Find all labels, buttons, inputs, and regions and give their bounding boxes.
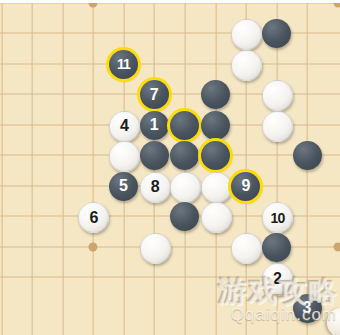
stone-number: 3 (303, 300, 312, 316)
stone-white (201, 172, 232, 203)
stone-black (262, 233, 291, 262)
stone-number: 5 (119, 178, 128, 194)
stone-white (262, 80, 293, 111)
stone-black (201, 141, 230, 170)
board[interactable]: 1174158961023 (0, 0, 340, 335)
stone-number: 9 (241, 178, 250, 194)
stone-white (231, 19, 262, 50)
stone-number: 1 (150, 117, 159, 133)
stone-black-move-1: 1 (140, 111, 169, 140)
stone-number: 7 (150, 87, 159, 103)
stone-number: 6 (89, 210, 98, 226)
stone-white-move-2: 2 (262, 263, 293, 294)
stone-black (293, 141, 322, 170)
stone-white (231, 233, 262, 264)
stone-black-move-3: 3 (293, 294, 322, 323)
stone-white (201, 202, 232, 233)
stone-number: 10 (271, 211, 285, 225)
stone-black (201, 80, 230, 109)
stone-number: 2 (273, 271, 282, 287)
stone-black (170, 141, 199, 170)
star-point (88, 243, 97, 252)
gomoku-screenshot: 1174158961023 游戏攻略 Qqaiqin.com (0, 0, 340, 335)
stone-white-move-8: 8 (140, 172, 171, 203)
stone-white (231, 50, 262, 81)
stone-black (140, 141, 169, 170)
star-point (333, 243, 340, 252)
stone-white-move-6: 6 (78, 202, 109, 233)
stone-black (201, 111, 230, 140)
stone-white (109, 141, 140, 172)
stone-white (170, 172, 201, 203)
stone-number: 4 (120, 118, 129, 134)
stone-black (262, 19, 291, 48)
stone-number: 11 (117, 57, 130, 71)
stone-white (262, 111, 293, 142)
stone-white (140, 233, 171, 264)
stone-white-move-10: 10 (262, 202, 293, 233)
stone-black-move-5: 5 (109, 172, 138, 201)
stone-black (170, 202, 199, 231)
stone-white-move-4: 4 (109, 111, 140, 142)
stone-number: 8 (151, 179, 160, 195)
stone-black-move-11: 11 (109, 50, 138, 79)
stone-black-move-7: 7 (140, 80, 169, 109)
top-edge-strip (0, 0, 340, 3)
stone-black-move-9: 9 (231, 172, 260, 201)
stone-black (170, 111, 199, 140)
